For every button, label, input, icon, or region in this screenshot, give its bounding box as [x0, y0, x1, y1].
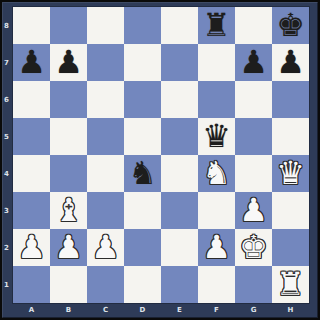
square-h7[interactable]: ♟: [272, 44, 309, 81]
file-label-h: H: [272, 303, 309, 316]
file-label-g: G: [235, 303, 272, 316]
square-g8[interactable]: [235, 7, 272, 44]
rank-labels: 87654321: [0, 7, 13, 303]
square-b3[interactable]: ♝: [50, 192, 87, 229]
rank-label-5: 5: [0, 118, 13, 155]
square-a8[interactable]: [13, 7, 50, 44]
square-c5[interactable]: [87, 118, 124, 155]
square-b7[interactable]: ♟: [50, 44, 87, 81]
square-c1[interactable]: [87, 266, 124, 303]
black-pawn-g7[interactable]: ♟: [239, 44, 268, 81]
square-g1[interactable]: [235, 266, 272, 303]
white-pawn-f2[interactable]: ♟: [202, 229, 231, 266]
square-c6[interactable]: [87, 81, 124, 118]
white-knight-f4[interactable]: ♞: [202, 155, 231, 192]
rank-label-8: 8: [0, 7, 13, 44]
square-d1[interactable]: [124, 266, 161, 303]
file-labels: ABCDEFGH: [13, 303, 309, 316]
square-a6[interactable]: [13, 81, 50, 118]
square-e2[interactable]: [161, 229, 198, 266]
square-e4[interactable]: [161, 155, 198, 192]
square-a4[interactable]: [13, 155, 50, 192]
square-h6[interactable]: [272, 81, 309, 118]
square-a3[interactable]: [13, 192, 50, 229]
white-pawn-a2[interactable]: ♟: [17, 229, 46, 266]
square-f6[interactable]: [198, 81, 235, 118]
white-bishop-b3[interactable]: ♝: [54, 192, 83, 229]
square-b4[interactable]: [50, 155, 87, 192]
file-label-f: F: [198, 303, 235, 316]
square-c4[interactable]: [87, 155, 124, 192]
square-h3[interactable]: [272, 192, 309, 229]
white-king-g2[interactable]: ♚: [239, 229, 268, 266]
black-rook-f8[interactable]: ♜: [202, 7, 231, 44]
square-h4[interactable]: ♛: [272, 155, 309, 192]
file-label-d: D: [124, 303, 161, 316]
square-d2[interactable]: [124, 229, 161, 266]
black-pawn-a7[interactable]: ♟: [17, 44, 46, 81]
rank-label-4: 4: [0, 155, 13, 192]
square-d4[interactable]: ♞: [124, 155, 161, 192]
square-h5[interactable]: [272, 118, 309, 155]
square-e5[interactable]: [161, 118, 198, 155]
square-b1[interactable]: [50, 266, 87, 303]
square-f3[interactable]: [198, 192, 235, 229]
square-e3[interactable]: [161, 192, 198, 229]
square-d6[interactable]: [124, 81, 161, 118]
square-e6[interactable]: [161, 81, 198, 118]
black-pawn-h7[interactable]: ♟: [276, 44, 305, 81]
square-d3[interactable]: [124, 192, 161, 229]
file-label-c: C: [87, 303, 124, 316]
file-label-a: A: [13, 303, 50, 316]
square-g7[interactable]: ♟: [235, 44, 272, 81]
square-d8[interactable]: [124, 7, 161, 44]
square-h2[interactable]: [272, 229, 309, 266]
square-b8[interactable]: [50, 7, 87, 44]
file-label-e: E: [161, 303, 198, 316]
rank-label-7: 7: [0, 44, 13, 81]
white-pawn-b2[interactable]: ♟: [54, 229, 83, 266]
square-g3[interactable]: ♟: [235, 192, 272, 229]
rank-label-3: 3: [0, 192, 13, 229]
white-pawn-g3[interactable]: ♟: [239, 192, 268, 229]
square-d7[interactable]: [124, 44, 161, 81]
square-e1[interactable]: [161, 266, 198, 303]
square-b2[interactable]: ♟: [50, 229, 87, 266]
square-d5[interactable]: [124, 118, 161, 155]
square-f7[interactable]: [198, 44, 235, 81]
rank-label-6: 6: [0, 81, 13, 118]
chess-board: ♜♚♟♟♟♟♛♞♞♛♝♟♟♟♟♟♚♜: [13, 7, 309, 303]
square-a2[interactable]: ♟: [13, 229, 50, 266]
white-queen-h4[interactable]: ♛: [276, 155, 305, 192]
square-b6[interactable]: [50, 81, 87, 118]
rank-label-1: 1: [0, 266, 13, 303]
square-a1[interactable]: [13, 266, 50, 303]
black-knight-d4[interactable]: ♞: [128, 155, 157, 192]
square-g5[interactable]: [235, 118, 272, 155]
square-g6[interactable]: [235, 81, 272, 118]
chess-diagram: 87654321 ♜♚♟♟♟♟♛♞♞♛♝♟♟♟♟♟♚♜ ABCDEFGH: [0, 0, 320, 320]
square-f8[interactable]: ♜: [198, 7, 235, 44]
square-h8[interactable]: ♚: [272, 7, 309, 44]
square-a5[interactable]: [13, 118, 50, 155]
square-f2[interactable]: ♟: [198, 229, 235, 266]
square-c8[interactable]: [87, 7, 124, 44]
square-e7[interactable]: [161, 44, 198, 81]
square-c3[interactable]: [87, 192, 124, 229]
square-c2[interactable]: ♟: [87, 229, 124, 266]
square-e8[interactable]: [161, 7, 198, 44]
black-pawn-b7[interactable]: ♟: [54, 44, 83, 81]
square-f4[interactable]: ♞: [198, 155, 235, 192]
file-label-b: B: [50, 303, 87, 316]
square-c7[interactable]: [87, 44, 124, 81]
black-king-h8[interactable]: ♚: [276, 7, 305, 44]
black-queen-f5[interactable]: ♛: [202, 118, 231, 155]
square-a7[interactable]: ♟: [13, 44, 50, 81]
white-rook-h1[interactable]: ♜: [276, 266, 305, 303]
square-b5[interactable]: [50, 118, 87, 155]
white-pawn-c2[interactable]: ♟: [91, 229, 120, 266]
square-g2[interactable]: ♚: [235, 229, 272, 266]
square-g4[interactable]: [235, 155, 272, 192]
square-f5[interactable]: ♛: [198, 118, 235, 155]
square-h1[interactable]: ♜: [272, 266, 309, 303]
rank-label-2: 2: [0, 229, 13, 266]
square-f1[interactable]: [198, 266, 235, 303]
